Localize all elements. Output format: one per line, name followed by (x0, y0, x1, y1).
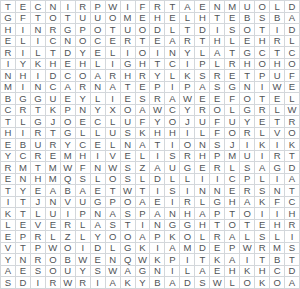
grid-cell-r14c5[interactable]: M (61, 151, 76, 163)
grid-cell-r4c7[interactable]: C (91, 36, 106, 48)
grid-cell-r18c4[interactable]: N (46, 197, 61, 209)
grid-cell-r3c2[interactable]: I (16, 24, 31, 36)
grid-cell-r20c6[interactable]: L (76, 220, 91, 232)
grid-cell-r18c12[interactable]: I (165, 197, 180, 209)
grid-cell-r11c16[interactable]: U (225, 116, 240, 128)
grid-cell-r22c19[interactable]: M (270, 243, 285, 255)
grid-cell-r20c20[interactable]: R (285, 220, 300, 232)
grid-cell-r21c15[interactable]: R (210, 231, 225, 243)
grid-cell-r18c8[interactable]: P (106, 197, 121, 209)
grid-cell-r13c5[interactable]: Y (61, 139, 76, 151)
grid-cell-r5c13[interactable]: Y (180, 47, 195, 59)
grid-cell-r1c11[interactable]: R (150, 1, 165, 13)
grid-cell-r21c17[interactable]: L (240, 231, 255, 243)
grid-cell-r4c8[interactable]: E (106, 36, 121, 48)
grid-cell-r12c2[interactable]: I (16, 128, 31, 140)
grid-cell-r3c3[interactable]: N (31, 24, 46, 36)
grid-cell-r23c20[interactable]: T (285, 254, 300, 266)
grid-cell-r9c8[interactable]: I (106, 93, 121, 105)
grid-cell-r13c15[interactable]: S (210, 139, 225, 151)
grid-cell-r23c18[interactable]: T (255, 254, 270, 266)
grid-cell-r5c4[interactable]: T (46, 47, 61, 59)
grid-cell-r21c9[interactable]: O (121, 231, 136, 243)
grid-cell-r3c19[interactable]: I (270, 24, 285, 36)
grid-cell-r22c5[interactable]: O (61, 243, 76, 255)
grid-cell-r8c13[interactable]: P (180, 82, 195, 94)
grid-cell-r15c16[interactable]: L (225, 162, 240, 174)
grid-cell-r25c18[interactable]: K (255, 277, 270, 289)
grid-cell-r7c13[interactable]: K (180, 70, 195, 82)
grid-cell-r6c18[interactable]: O (255, 59, 270, 71)
grid-cell-r5c6[interactable]: Y (76, 47, 91, 59)
grid-cell-r5c8[interactable]: L (106, 47, 121, 59)
grid-cell-r25c6[interactable]: R (76, 277, 91, 289)
grid-cell-r22c15[interactable]: E (210, 243, 225, 255)
grid-cell-r10c18[interactable]: R (255, 105, 270, 117)
grid-cell-r18c7[interactable]: G (91, 197, 106, 209)
grid-cell-r21c16[interactable]: A (225, 231, 240, 243)
grid-cell-r2c15[interactable]: T (210, 13, 225, 25)
grid-cell-r20c9[interactable]: T (121, 220, 136, 232)
grid-cell-r3c17[interactable]: O (240, 24, 255, 36)
grid-cell-r2c17[interactable]: B (240, 13, 255, 25)
grid-cell-r22c1[interactable]: V (1, 243, 16, 255)
grid-cell-r12c1[interactable]: H (1, 128, 16, 140)
grid-cell-r15c5[interactable]: W (61, 162, 76, 174)
grid-cell-r24c13[interactable]: L (180, 266, 195, 278)
grid-cell-r7c7[interactable]: A (91, 70, 106, 82)
grid-cell-r1c4[interactable]: N (46, 1, 61, 13)
grid-cell-r8c19[interactable]: W (270, 82, 285, 94)
grid-cell-r14c15[interactable]: P (210, 151, 225, 163)
grid-cell-r4c9[interactable]: R (121, 36, 136, 48)
grid-cell-r24c10[interactable]: G (136, 266, 151, 278)
grid-cell-r19c5[interactable]: I (61, 208, 76, 220)
grid-cell-r24c4[interactable]: O (46, 266, 61, 278)
grid-cell-r6c7[interactable]: L (91, 59, 106, 71)
grid-cell-r8c4[interactable]: C (46, 82, 61, 94)
grid-cell-r8c16[interactable]: G (225, 82, 240, 94)
grid-cell-r25c7[interactable]: I (91, 277, 106, 289)
grid-cell-r1c8[interactable]: W (106, 1, 121, 13)
grid-cell-r11c15[interactable]: F (210, 116, 225, 128)
grid-cell-r15c13[interactable]: G (180, 162, 195, 174)
grid-cell-r15c11[interactable]: A (150, 162, 165, 174)
grid-cell-r15c17[interactable]: S (240, 162, 255, 174)
grid-cell-r23c10[interactable]: W (136, 254, 151, 266)
grid-cell-r24c16[interactable]: H (225, 266, 240, 278)
grid-cell-r17c2[interactable]: Y (16, 185, 31, 197)
grid-cell-r17c1[interactable]: T (1, 185, 16, 197)
grid-cell-r1c14[interactable]: E (195, 1, 210, 13)
grid-cell-r1c2[interactable]: E (16, 1, 31, 13)
grid-cell-r16c16[interactable]: C (225, 174, 240, 186)
grid-cell-r6c15[interactable]: L (210, 59, 225, 71)
grid-cell-r4c11[interactable]: E (150, 36, 165, 48)
grid-cell-r25c19[interactable]: O (270, 277, 285, 289)
grid-cell-r24c18[interactable]: H (255, 266, 270, 278)
grid-cell-r25c15[interactable]: W (210, 277, 225, 289)
grid-cell-r16c11[interactable]: D (150, 174, 165, 186)
grid-cell-r20c16[interactable]: O (225, 220, 240, 232)
grid-cell-r22c9[interactable]: G (121, 243, 136, 255)
grid-cell-r13c6[interactable]: C (76, 139, 91, 151)
grid-cell-r12c10[interactable]: K (136, 128, 151, 140)
grid-cell-r16c20[interactable]: A (285, 174, 300, 186)
grid-cell-r17c18[interactable]: S (255, 185, 270, 197)
grid-cell-r8c11[interactable]: P (150, 82, 165, 94)
grid-cell-r21c10[interactable]: A (136, 231, 151, 243)
grid-cell-r6c14[interactable]: P (195, 59, 210, 71)
grid-cell-r14c7[interactable]: I (91, 151, 106, 163)
grid-cell-r13c13[interactable]: O (180, 139, 195, 151)
grid-cell-r21c1[interactable]: E (1, 231, 16, 243)
grid-cell-r22c20[interactable]: S (285, 243, 300, 255)
grid-cell-r3c7[interactable]: O (91, 24, 106, 36)
grid-cell-r14c11[interactable]: I (150, 151, 165, 163)
grid-cell-r3c9[interactable]: U (121, 24, 136, 36)
grid-cell-r23c16[interactable]: A (225, 254, 240, 266)
grid-cell-r7c11[interactable]: Y (150, 70, 165, 82)
grid-cell-r1c12[interactable]: T (165, 1, 180, 13)
grid-cell-r4c20[interactable]: L (285, 36, 300, 48)
grid-cell-r7c3[interactable]: I (31, 70, 46, 82)
grid-cell-r6c19[interactable]: H (270, 59, 285, 71)
grid-cell-r15c9[interactable]: S (121, 162, 136, 174)
grid-cell-r16c8[interactable]: O (106, 174, 121, 186)
grid-cell-r18c11[interactable]: E (150, 197, 165, 209)
grid-cell-r9c17[interactable]: O (240, 93, 255, 105)
grid-cell-r7c16[interactable]: E (225, 70, 240, 82)
grid-cell-r5c7[interactable]: E (91, 47, 106, 59)
grid-cell-r11c17[interactable]: Y (240, 116, 255, 128)
grid-cell-r17c17[interactable]: R (240, 185, 255, 197)
grid-cell-r10c2[interactable]: R (16, 105, 31, 117)
grid-cell-r16c15[interactable]: I (210, 174, 225, 186)
grid-cell-r12c12[interactable]: H (165, 128, 180, 140)
grid-cell-r21c7[interactable]: Y (91, 231, 106, 243)
grid-cell-r10c19[interactable]: L (270, 105, 285, 117)
grid-cell-r7c9[interactable]: H (121, 70, 136, 82)
grid-cell-r3c13[interactable]: T (180, 24, 195, 36)
grid-cell-r5c3[interactable]: L (31, 47, 46, 59)
grid-cell-r10c4[interactable]: K (46, 105, 61, 117)
grid-cell-r19c7[interactable]: N (91, 208, 106, 220)
grid-cell-r2c16[interactable]: E (225, 13, 240, 25)
grid-cell-r4c6[interactable]: O (76, 36, 91, 48)
grid-cell-r19c15[interactable]: P (210, 208, 225, 220)
grid-cell-r17c20[interactable]: T (285, 185, 300, 197)
grid-cell-r9c15[interactable]: E (210, 93, 225, 105)
grid-cell-r15c8[interactable]: W (106, 162, 121, 174)
grid-cell-r17c14[interactable]: N (195, 185, 210, 197)
grid-cell-r9c7[interactable]: L (91, 93, 106, 105)
grid-cell-r10c3[interactable]: T (31, 105, 46, 117)
grid-cell-r13c18[interactable]: K (255, 139, 270, 151)
grid-cell-r24c9[interactable]: A (121, 266, 136, 278)
grid-cell-r11c1[interactable]: T (1, 116, 16, 128)
grid-cell-r9c19[interactable]: E (270, 93, 285, 105)
grid-cell-r24c11[interactable]: N (150, 266, 165, 278)
grid-cell-r23c9[interactable]: Q (121, 254, 136, 266)
grid-cell-r10c6[interactable]: N (76, 105, 91, 117)
grid-cell-r4c3[interactable]: I (31, 36, 46, 48)
grid-cell-r18c1[interactable]: I (1, 197, 16, 209)
grid-cell-r7c15[interactable]: R (210, 70, 225, 82)
grid-cell-r6c9[interactable]: G (121, 59, 136, 71)
grid-cell-r20c10[interactable]: I (136, 220, 151, 232)
grid-cell-r15c19[interactable]: G (270, 162, 285, 174)
grid-cell-r1c5[interactable]: I (61, 1, 76, 13)
grid-cell-r3c15[interactable]: I (210, 24, 225, 36)
grid-cell-r20c7[interactable]: A (91, 220, 106, 232)
grid-cell-r12c18[interactable]: L (255, 128, 270, 140)
grid-cell-r12c20[interactable]: O (285, 128, 300, 140)
grid-cell-r4c19[interactable]: R (270, 36, 285, 48)
grid-cell-r7c19[interactable]: U (270, 70, 285, 82)
grid-cell-r11c6[interactable]: E (76, 116, 91, 128)
grid-cell-r12c8[interactable]: U (106, 128, 121, 140)
grid-cell-r1c7[interactable]: P (91, 1, 106, 13)
grid-cell-r5c19[interactable]: T (270, 47, 285, 59)
grid-cell-r12c7[interactable]: L (91, 128, 106, 140)
grid-cell-r9c1[interactable]: B (1, 93, 16, 105)
grid-cell-r22c14[interactable]: D (195, 243, 210, 255)
grid-cell-r13c12[interactable]: I (165, 139, 180, 151)
grid-cell-r15c4[interactable]: M (46, 162, 61, 174)
grid-cell-r6c12[interactable]: C (165, 59, 180, 71)
grid-cell-r20c2[interactable]: E (16, 220, 31, 232)
grid-cell-r11c9[interactable]: U (121, 116, 136, 128)
grid-cell-r11c3[interactable]: G (31, 116, 46, 128)
grid-cell-r11c7[interactable]: C (91, 116, 106, 128)
grid-cell-r22c16[interactable]: P (225, 243, 240, 255)
grid-cell-r22c17[interactable]: W (240, 243, 255, 255)
grid-cell-r5c1[interactable]: R (1, 47, 16, 59)
grid-cell-r23c15[interactable]: K (210, 254, 225, 266)
grid-cell-r15c7[interactable]: N (91, 162, 106, 174)
grid-cell-r18c3[interactable]: J (31, 197, 46, 209)
grid-cell-r10c8[interactable]: X (106, 105, 121, 117)
grid-cell-r7c8[interactable]: R (106, 70, 121, 82)
grid-cell-r7c6[interactable]: O (76, 70, 91, 82)
grid-cell-r4c18[interactable]: H (255, 36, 270, 48)
grid-cell-r13c7[interactable]: E (91, 139, 106, 151)
grid-cell-r12c19[interactable]: V (270, 128, 285, 140)
grid-cell-r10c20[interactable]: W (285, 105, 300, 117)
grid-cell-r6c13[interactable]: I (180, 59, 195, 71)
grid-cell-r13c1[interactable]: E (1, 139, 16, 151)
grid-cell-r14c14[interactable]: H (195, 151, 210, 163)
grid-cell-r23c11[interactable]: K (150, 254, 165, 266)
grid-cell-r9c9[interactable]: E (121, 93, 136, 105)
grid-cell-r3c5[interactable]: G (61, 24, 76, 36)
grid-cell-r8c18[interactable]: I (255, 82, 270, 94)
grid-cell-r11c20[interactable]: R (285, 116, 300, 128)
grid-cell-r17c15[interactable]: N (210, 185, 225, 197)
grid-cell-r21c5[interactable]: Z (61, 231, 76, 243)
grid-cell-r20c8[interactable]: S (106, 220, 121, 232)
grid-cell-r19c3[interactable]: L (31, 208, 46, 220)
grid-cell-r21c18[interactable]: S (255, 231, 270, 243)
grid-cell-r3c14[interactable]: D (195, 24, 210, 36)
grid-cell-r9c14[interactable]: E (195, 93, 210, 105)
grid-cell-r15c1[interactable]: R (1, 162, 16, 174)
grid-cell-r1c18[interactable]: O (255, 1, 270, 13)
grid-cell-r22c10[interactable]: K (136, 243, 151, 255)
grid-cell-r11c12[interactable]: O (165, 116, 180, 128)
grid-cell-r8c15[interactable]: S (210, 82, 225, 94)
grid-cell-r2c4[interactable]: O (46, 13, 61, 25)
grid-cell-r13c3[interactable]: U (31, 139, 46, 151)
grid-cell-r24c17[interactable]: K (240, 266, 255, 278)
grid-cell-r3c10[interactable]: O (136, 24, 151, 36)
grid-cell-r4c17[interactable]: E (240, 36, 255, 48)
grid-cell-r19c20[interactable]: H (285, 208, 300, 220)
grid-cell-r23c13[interactable]: I (180, 254, 195, 266)
grid-cell-r1c16[interactable]: M (225, 1, 240, 13)
grid-cell-r11c11[interactable]: Y (150, 116, 165, 128)
grid-cell-r17c9[interactable]: W (121, 185, 136, 197)
grid-cell-r1c10[interactable]: F (136, 1, 151, 13)
grid-cell-r24c3[interactable]: S (31, 266, 46, 278)
grid-cell-r7c20[interactable]: F (285, 70, 300, 82)
grid-cell-r20c14[interactable]: H (195, 220, 210, 232)
grid-cell-r4c15[interactable]: H (210, 36, 225, 48)
grid-cell-r22c2[interactable]: T (16, 243, 31, 255)
grid-cell-r22c7[interactable]: D (91, 243, 106, 255)
grid-cell-r9c18[interactable]: T (255, 93, 270, 105)
grid-cell-r3c11[interactable]: D (150, 24, 165, 36)
grid-cell-r21c19[interactable]: L (270, 231, 285, 243)
grid-cell-r25c5[interactable]: W (61, 277, 76, 289)
grid-cell-r9c11[interactable]: R (150, 93, 165, 105)
grid-cell-r14c9[interactable]: E (121, 151, 136, 163)
grid-cell-r23c19[interactable]: B (270, 254, 285, 266)
grid-cell-r8c2[interactable]: I (16, 82, 31, 94)
grid-cell-r10c12[interactable]: C (165, 105, 180, 117)
grid-cell-r8c10[interactable]: E (136, 82, 151, 94)
grid-cell-r14c4[interactable]: E (46, 151, 61, 163)
grid-cell-r14c16[interactable]: M (225, 151, 240, 163)
grid-cell-r13c10[interactable]: A (136, 139, 151, 151)
grid-cell-r24c15[interactable]: E (210, 266, 225, 278)
grid-cell-r4c13[interactable]: R (180, 36, 195, 48)
grid-cell-r19c4[interactable]: U (46, 208, 61, 220)
grid-cell-r24c14[interactable]: A (195, 266, 210, 278)
grid-cell-r19c6[interactable]: P (76, 208, 91, 220)
grid-cell-r2c14[interactable]: H (195, 13, 210, 25)
grid-cell-r13c14[interactable]: N (195, 139, 210, 151)
grid-cell-r5c16[interactable]: T (225, 47, 240, 59)
grid-cell-r16c3[interactable]: H (31, 174, 46, 186)
grid-cell-r9c3[interactable]: G (31, 93, 46, 105)
grid-cell-r13c20[interactable]: K (285, 139, 300, 151)
grid-cell-r20c17[interactable]: T (240, 220, 255, 232)
grid-cell-r6c17[interactable]: H (240, 59, 255, 71)
grid-cell-r15c10[interactable]: Z (136, 162, 151, 174)
grid-cell-r13c11[interactable]: T (150, 139, 165, 151)
grid-cell-r19c2[interactable]: T (16, 208, 31, 220)
grid-cell-r14c20[interactable]: T (285, 151, 300, 163)
grid-cell-r6c2[interactable]: Y (16, 59, 31, 71)
grid-cell-r2c9[interactable]: M (121, 13, 136, 25)
grid-cell-r12c14[interactable]: L (195, 128, 210, 140)
grid-cell-r11c4[interactable]: J (46, 116, 61, 128)
grid-cell-r2c13[interactable]: L (180, 13, 195, 25)
grid-cell-r14c1[interactable]: Y (1, 151, 16, 163)
grid-cell-r18c9[interactable]: O (121, 197, 136, 209)
grid-cell-r3c6[interactable]: P (76, 24, 91, 36)
grid-cell-r17c8[interactable]: T (106, 185, 121, 197)
grid-cell-r13c4[interactable]: R (46, 139, 61, 151)
grid-cell-r20c3[interactable]: V (31, 220, 46, 232)
grid-cell-r8c17[interactable]: N (240, 82, 255, 94)
grid-cell-r6c5[interactable]: E (61, 59, 76, 71)
grid-cell-r5c20[interactable]: C (285, 47, 300, 59)
grid-cell-r4c10[interactable]: T (136, 36, 151, 48)
grid-cell-r5c14[interactable]: L (195, 47, 210, 59)
grid-cell-r9c16[interactable]: F (225, 93, 240, 105)
grid-cell-r5c9[interactable]: I (121, 47, 136, 59)
grid-cell-r9c20[interactable]: L (285, 93, 300, 105)
grid-cell-r14c6[interactable]: H (76, 151, 91, 163)
grid-cell-r21c13[interactable]: O (180, 231, 195, 243)
grid-cell-r20c5[interactable]: R (61, 220, 76, 232)
grid-cell-r16c12[interactable]: L (165, 174, 180, 186)
grid-cell-r19c1[interactable]: K (1, 208, 16, 220)
grid-cell-r23c8[interactable]: N (106, 254, 121, 266)
grid-cell-r19c8[interactable]: A (106, 208, 121, 220)
grid-cell-r9c10[interactable]: S (136, 93, 151, 105)
grid-cell-r10c14[interactable]: R (195, 105, 210, 117)
grid-cell-r18c6[interactable]: U (76, 197, 91, 209)
grid-cell-r14c12[interactable]: S (165, 151, 180, 163)
grid-cell-r20c19[interactable]: H (270, 220, 285, 232)
grid-cell-r14c8[interactable]: V (106, 151, 121, 163)
grid-cell-r20c12[interactable]: G (165, 220, 180, 232)
grid-cell-r1c9[interactable]: I (121, 1, 136, 13)
grid-cell-r17c6[interactable]: A (76, 185, 91, 197)
grid-cell-r23c4[interactable]: O (46, 254, 61, 266)
grid-cell-r12c6[interactable]: L (76, 128, 91, 140)
grid-cell-r8c3[interactable]: N (31, 82, 46, 94)
grid-cell-r10c17[interactable]: G (240, 105, 255, 117)
grid-cell-r1c6[interactable]: R (76, 1, 91, 13)
grid-cell-r7c5[interactable]: C (61, 70, 76, 82)
grid-cell-r15c14[interactable]: E (195, 162, 210, 174)
grid-cell-r12c4[interactable]: T (46, 128, 61, 140)
grid-cell-r17c13[interactable]: I (180, 185, 195, 197)
grid-cell-r1c3[interactable]: C (31, 1, 46, 13)
grid-cell-r16c4[interactable]: M (46, 174, 61, 186)
grid-cell-r24c8[interactable]: W (106, 266, 121, 278)
grid-cell-r3c16[interactable]: S (225, 24, 240, 36)
grid-cell-r2c19[interactable]: B (270, 13, 285, 25)
grid-cell-r7c12[interactable]: L (165, 70, 180, 82)
grid-cell-r11c2[interactable]: L (16, 116, 31, 128)
grid-cell-r25c9[interactable]: K (121, 277, 136, 289)
grid-cell-r17c16[interactable]: E (225, 185, 240, 197)
grid-cell-r13c17[interactable]: I (240, 139, 255, 151)
grid-cell-r21c20[interactable]: I (285, 231, 300, 243)
grid-cell-r24c2[interactable]: E (16, 266, 31, 278)
grid-cell-r25c12[interactable]: A (165, 277, 180, 289)
grid-cell-r16c14[interactable]: I (195, 174, 210, 186)
grid-cell-r20c13[interactable]: G (180, 220, 195, 232)
grid-cell-r12c16[interactable]: O (225, 128, 240, 140)
grid-cell-r15c2[interactable]: M (16, 162, 31, 174)
